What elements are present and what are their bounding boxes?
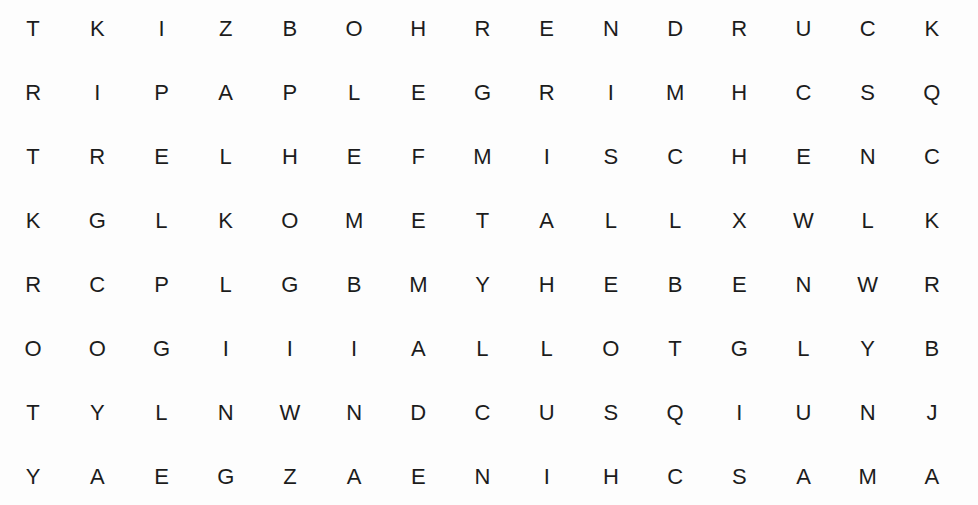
grid-cell-r3c1[interactable]: T xyxy=(1,125,65,189)
grid-cell-r7c12[interactable]: I xyxy=(707,381,771,445)
grid-cell-r6c5[interactable]: I xyxy=(258,317,322,381)
grid-cell-r2c5[interactable]: P xyxy=(258,61,322,125)
grid-cell-r5c4[interactable]: L xyxy=(194,253,258,317)
grid-cell-r2c1[interactable]: R xyxy=(1,61,65,125)
grid-cell-r5c1[interactable]: R xyxy=(1,253,65,317)
grid-cell-r4c11[interactable]: L xyxy=(643,189,707,253)
grid-cell-r1c10[interactable]: N xyxy=(579,0,643,61)
grid-cell-r5c12[interactable]: E xyxy=(707,253,771,317)
grid-cell-r2c6[interactable]: L xyxy=(322,61,386,125)
grid-cell-r2c9[interactable]: R xyxy=(515,61,579,125)
grid-cell-r5c15[interactable]: R xyxy=(900,253,964,317)
grid-cell-r6c7[interactable]: A xyxy=(386,317,450,381)
grid-cell-r6c4[interactable]: I xyxy=(194,317,258,381)
grid-cell-r1c9[interactable]: E xyxy=(515,0,579,61)
grid-cell-r1c15[interactable]: K xyxy=(900,0,964,61)
grid-cell-r8c11[interactable]: C xyxy=(643,445,707,505)
grid-cell-r7c4[interactable]: N xyxy=(194,381,258,445)
grid-cell-r4c15[interactable]: K xyxy=(900,189,964,253)
grid-cell-r3c11[interactable]: C xyxy=(643,125,707,189)
grid-cell-r1c12[interactable]: R xyxy=(707,0,771,61)
grid-cell-r8c5[interactable]: Z xyxy=(258,445,322,505)
grid-cell-r8c9[interactable]: I xyxy=(515,445,579,505)
word-search-grid: TKIZBOHRENDRUCKRIPAPLEGRIMHCSQTRELHEFMIS… xyxy=(1,0,964,505)
grid-cell-r3c15[interactable]: C xyxy=(900,125,964,189)
grid-cell-r8c4[interactable]: G xyxy=(194,445,258,505)
grid-cell-r1c14[interactable]: C xyxy=(836,0,900,61)
grid-cell-r8c1[interactable]: Y xyxy=(1,445,65,505)
grid-cell-r7c1[interactable]: T xyxy=(1,381,65,445)
grid-cell-r3c10[interactable]: S xyxy=(579,125,643,189)
grid-cell-r8c10[interactable]: H xyxy=(579,445,643,505)
grid-cell-r2c13[interactable]: C xyxy=(771,61,835,125)
grid-cell-r6c2[interactable]: O xyxy=(65,317,129,381)
grid-cell-r5c2[interactable]: C xyxy=(65,253,129,317)
grid-cell-r2c15[interactable]: Q xyxy=(900,61,964,125)
grid-cell-r4c7[interactable]: E xyxy=(386,189,450,253)
grid-cell-r7c13[interactable]: U xyxy=(771,381,835,445)
grid-cell-r4c6[interactable]: M xyxy=(322,189,386,253)
grid-cell-r2c14[interactable]: S xyxy=(836,61,900,125)
grid-cell-r3c9[interactable]: I xyxy=(515,125,579,189)
grid-cell-r2c7[interactable]: E xyxy=(386,61,450,125)
grid-cell-r6c1[interactable]: O xyxy=(1,317,65,381)
grid-cell-r4c13[interactable]: W xyxy=(771,189,835,253)
grid-cell-r7c14[interactable]: N xyxy=(836,381,900,445)
grid-cell-r5c14[interactable]: W xyxy=(836,253,900,317)
grid-cell-r7c6[interactable]: N xyxy=(322,381,386,445)
grid-cell-r3c6[interactable]: E xyxy=(322,125,386,189)
grid-cell-r4c14[interactable]: L xyxy=(836,189,900,253)
grid-cell-r6c14[interactable]: Y xyxy=(836,317,900,381)
grid-cell-r2c4[interactable]: A xyxy=(194,61,258,125)
grid-cell-r3c3[interactable]: E xyxy=(129,125,193,189)
grid-cell-r8c7[interactable]: E xyxy=(386,445,450,505)
grid-cell-r3c2[interactable]: R xyxy=(65,125,129,189)
grid-cell-r7c9[interactable]: U xyxy=(515,381,579,445)
grid-cell-r8c2[interactable]: A xyxy=(65,445,129,505)
grid-cell-r5c5[interactable]: G xyxy=(258,253,322,317)
grid-cell-r8c8[interactable]: N xyxy=(450,445,514,505)
grid-cell-r5c13[interactable]: N xyxy=(771,253,835,317)
grid-cell-r6c15[interactable]: B xyxy=(900,317,964,381)
grid-cell-r4c9[interactable]: A xyxy=(515,189,579,253)
grid-cell-r4c3[interactable]: L xyxy=(129,189,193,253)
grid-cell-r1c11[interactable]: D xyxy=(643,0,707,61)
grid-cell-r1c4[interactable]: Z xyxy=(194,0,258,61)
grid-cell-r1c6[interactable]: O xyxy=(322,0,386,61)
grid-cell-r7c8[interactable]: C xyxy=(450,381,514,445)
grid-cell-r5c11[interactable]: B xyxy=(643,253,707,317)
grid-cell-r7c5[interactable]: W xyxy=(258,381,322,445)
grid-cell-r8c12[interactable]: S xyxy=(707,445,771,505)
grid-cell-r4c12[interactable]: X xyxy=(707,189,771,253)
grid-cell-r6c13[interactable]: L xyxy=(771,317,835,381)
grid-cell-r5c9[interactable]: H xyxy=(515,253,579,317)
grid-cell-r5c10[interactable]: E xyxy=(579,253,643,317)
grid-cell-r3c7[interactable]: F xyxy=(386,125,450,189)
grid-cell-r2c11[interactable]: M xyxy=(643,61,707,125)
grid-cell-r2c12[interactable]: H xyxy=(707,61,771,125)
grid-cell-r3c14[interactable]: N xyxy=(836,125,900,189)
grid-cell-r3c5[interactable]: H xyxy=(258,125,322,189)
grid-cell-r4c8[interactable]: T xyxy=(450,189,514,253)
grid-cell-r7c15[interactable]: J xyxy=(900,381,964,445)
grid-cell-r3c12[interactable]: H xyxy=(707,125,771,189)
grid-cell-r7c10[interactable]: S xyxy=(579,381,643,445)
grid-cell-r3c4[interactable]: L xyxy=(194,125,258,189)
grid-cell-r4c4[interactable]: K xyxy=(194,189,258,253)
grid-cell-r5c6[interactable]: B xyxy=(322,253,386,317)
grid-cell-r8c6[interactable]: A xyxy=(322,445,386,505)
grid-cell-r7c7[interactable]: D xyxy=(386,381,450,445)
grid-cell-r7c3[interactable]: L xyxy=(129,381,193,445)
grid-cell-r4c10[interactable]: L xyxy=(579,189,643,253)
grid-cell-r8c14[interactable]: M xyxy=(836,445,900,505)
grid-cell-r2c3[interactable]: P xyxy=(129,61,193,125)
grid-cell-r8c3[interactable]: E xyxy=(129,445,193,505)
grid-cell-r4c2[interactable]: G xyxy=(65,189,129,253)
grid-cell-r1c5[interactable]: B xyxy=(258,0,322,61)
grid-cell-r4c1[interactable]: K xyxy=(1,189,65,253)
grid-cell-r5c3[interactable]: P xyxy=(129,253,193,317)
grid-cell-r3c8[interactable]: M xyxy=(450,125,514,189)
grid-cell-r6c6[interactable]: I xyxy=(322,317,386,381)
grid-cell-r8c13[interactable]: A xyxy=(771,445,835,505)
grid-cell-r6c3[interactable]: G xyxy=(129,317,193,381)
grid-cell-r1c13[interactable]: U xyxy=(771,0,835,61)
grid-cell-r1c8[interactable]: R xyxy=(450,0,514,61)
grid-cell-r8c15[interactable]: A xyxy=(900,445,964,505)
grid-cell-r7c2[interactable]: Y xyxy=(65,381,129,445)
grid-cell-r6c8[interactable]: L xyxy=(450,317,514,381)
grid-cell-r5c7[interactable]: M xyxy=(386,253,450,317)
grid-cell-r4c5[interactable]: O xyxy=(258,189,322,253)
grid-cell-r7c11[interactable]: Q xyxy=(643,381,707,445)
grid-cell-r6c10[interactable]: O xyxy=(579,317,643,381)
grid-cell-r3c13[interactable]: E xyxy=(771,125,835,189)
grid-cell-r2c10[interactable]: I xyxy=(579,61,643,125)
grid-cell-r1c2[interactable]: K xyxy=(65,0,129,61)
grid-cell-r1c1[interactable]: T xyxy=(1,0,65,61)
grid-cell-r2c8[interactable]: G xyxy=(450,61,514,125)
grid-cell-r6c12[interactable]: G xyxy=(707,317,771,381)
grid-cell-r1c3[interactable]: I xyxy=(129,0,193,61)
grid-cell-r6c11[interactable]: T xyxy=(643,317,707,381)
grid-cell-r1c7[interactable]: H xyxy=(386,0,450,61)
grid-cell-r6c9[interactable]: L xyxy=(515,317,579,381)
grid-cell-r5c8[interactable]: Y xyxy=(450,253,514,317)
grid-cell-r2c2[interactable]: I xyxy=(65,61,129,125)
